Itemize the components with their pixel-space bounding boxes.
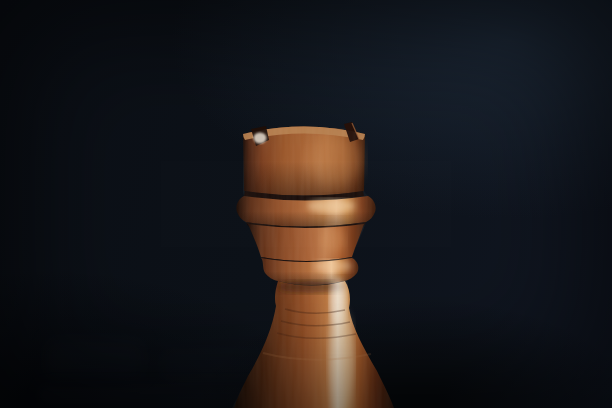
- wood-grain-texture: [225, 110, 405, 408]
- rook-piece: Wooden chess rook (top detail): [0, 0, 612, 408]
- photo-stage: Wooden chess rook (top detail): [0, 0, 612, 408]
